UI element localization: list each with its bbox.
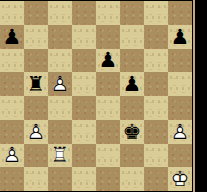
square-b6[interactable] — [24, 49, 48, 73]
white-rook[interactable]: ♜♖ — [48, 144, 72, 168]
square-b3[interactable]: ♟♙ — [24, 120, 48, 144]
square-b1[interactable] — [24, 167, 48, 191]
square-d2[interactable] — [72, 144, 96, 168]
square-c7[interactable] — [48, 25, 72, 49]
black-pawn-glyph: ♟ — [168, 25, 192, 49]
square-c3[interactable] — [48, 120, 72, 144]
square-h3[interactable]: ♟♙ — [168, 120, 192, 144]
square-b5[interactable]: ♜ — [24, 72, 48, 96]
white-pawn[interactable]: ♟♙ — [48, 72, 72, 96]
square-h7[interactable]: ♟ — [168, 25, 192, 49]
square-g3[interactable] — [144, 120, 168, 144]
square-g2[interactable] — [144, 144, 168, 168]
white-pawn-outline: ♙ — [0, 144, 24, 168]
square-f4[interactable] — [120, 96, 144, 120]
square-f1[interactable] — [120, 167, 144, 191]
square-e7[interactable] — [96, 25, 120, 49]
square-g8[interactable] — [144, 1, 168, 25]
black-pawn[interactable]: ♟ — [0, 25, 24, 49]
square-h5[interactable] — [168, 72, 192, 96]
square-d3[interactable] — [72, 120, 96, 144]
square-a2[interactable]: ♟♙ — [0, 144, 24, 168]
black-pawn[interactable]: ♟ — [120, 72, 144, 96]
square-f2[interactable] — [120, 144, 144, 168]
black-pawn-glyph: ♟ — [96, 49, 120, 73]
square-a3[interactable] — [0, 120, 24, 144]
square-a6[interactable] — [0, 49, 24, 73]
square-e4[interactable] — [96, 96, 120, 120]
square-e2[interactable] — [96, 144, 120, 168]
square-d1[interactable] — [72, 167, 96, 191]
chess-app-window: ♟♟♟♜♟♙♟♟♙♚♟♙♟♙♜♖♚♔ — [0, 0, 207, 192]
square-d8[interactable] — [72, 1, 96, 25]
square-b8[interactable] — [24, 1, 48, 25]
square-e3[interactable] — [96, 120, 120, 144]
square-a1[interactable] — [0, 167, 24, 191]
square-a8[interactable] — [0, 1, 24, 25]
white-pawn[interactable]: ♟♙ — [24, 120, 48, 144]
square-c5[interactable]: ♟♙ — [48, 72, 72, 96]
square-e8[interactable] — [96, 1, 120, 25]
black-pawn[interactable]: ♟ — [168, 25, 192, 49]
square-e6[interactable]: ♟ — [96, 49, 120, 73]
square-g6[interactable] — [144, 49, 168, 73]
white-king[interactable]: ♚♔ — [168, 167, 192, 191]
square-c8[interactable] — [48, 1, 72, 25]
square-f5[interactable]: ♟ — [120, 72, 144, 96]
square-b2[interactable] — [24, 144, 48, 168]
black-rook[interactable]: ♜ — [24, 72, 48, 96]
square-h4[interactable] — [168, 96, 192, 120]
white-pawn-outline: ♙ — [168, 120, 192, 144]
square-a7[interactable]: ♟ — [0, 25, 24, 49]
square-g1[interactable] — [144, 167, 168, 191]
square-c4[interactable] — [48, 96, 72, 120]
chess-board: ♟♟♟♜♟♙♟♟♙♚♟♙♟♙♜♖♚♔ — [0, 1, 192, 191]
square-h6[interactable] — [168, 49, 192, 73]
square-c2[interactable]: ♜♖ — [48, 144, 72, 168]
square-h8[interactable] — [168, 1, 192, 25]
black-pawn[interactable]: ♟ — [96, 49, 120, 73]
square-d7[interactable] — [72, 25, 96, 49]
square-h2[interactable] — [168, 144, 192, 168]
square-b7[interactable] — [24, 25, 48, 49]
square-a5[interactable] — [0, 72, 24, 96]
black-pawn-glyph: ♟ — [0, 25, 24, 49]
square-h1[interactable]: ♚♔ — [168, 167, 192, 191]
board-right-border — [192, 0, 207, 192]
square-f8[interactable] — [120, 1, 144, 25]
white-pawn[interactable]: ♟♙ — [0, 144, 24, 168]
square-g7[interactable] — [144, 25, 168, 49]
square-e1[interactable] — [96, 167, 120, 191]
black-king[interactable]: ♚ — [120, 120, 144, 144]
white-pawn-outline: ♙ — [48, 72, 72, 96]
black-king-glyph: ♚ — [120, 120, 144, 144]
square-d6[interactable] — [72, 49, 96, 73]
square-c6[interactable] — [48, 49, 72, 73]
border-trim-line — [193, 0, 195, 192]
square-f6[interactable] — [120, 49, 144, 73]
white-king-outline: ♔ — [168, 167, 192, 191]
black-rook-glyph: ♜ — [24, 72, 48, 96]
white-pawn-outline: ♙ — [24, 120, 48, 144]
white-rook-outline: ♖ — [48, 144, 72, 168]
square-g5[interactable] — [144, 72, 168, 96]
square-b4[interactable] — [24, 96, 48, 120]
square-f7[interactable] — [120, 25, 144, 49]
square-e5[interactable] — [96, 72, 120, 96]
square-c1[interactable] — [48, 167, 72, 191]
square-a4[interactable] — [0, 96, 24, 120]
black-pawn-glyph: ♟ — [120, 72, 144, 96]
square-f3[interactable]: ♚ — [120, 120, 144, 144]
square-g4[interactable] — [144, 96, 168, 120]
square-d4[interactable] — [72, 96, 96, 120]
square-d5[interactable] — [72, 72, 96, 96]
white-pawn[interactable]: ♟♙ — [168, 120, 192, 144]
